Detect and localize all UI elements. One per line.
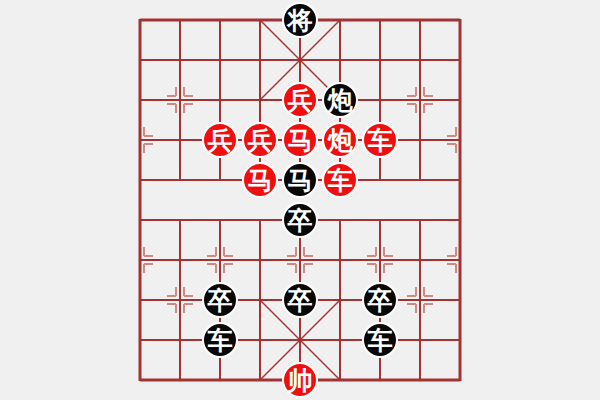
piece-black-soldier[interactable]: 卒 <box>202 282 238 318</box>
piece-red-horse[interactable]: 马 <box>282 122 318 158</box>
piece-black-chariot[interactable]: 车 <box>202 322 238 358</box>
piece-red-soldier[interactable]: 兵 <box>202 122 238 158</box>
xiangqi-board-screen: 将兵炮兵兵马炮车马马车卒卒卒卒车车帅 <box>0 0 600 400</box>
piece-red-horse[interactable]: 马 <box>242 162 278 198</box>
piece-red-chariot[interactable]: 车 <box>322 162 358 198</box>
piece-red-cannon[interactable]: 炮 <box>322 122 358 158</box>
piece-red-soldier[interactable]: 兵 <box>282 82 318 118</box>
piece-black-soldier[interactable]: 卒 <box>362 282 398 318</box>
pieces-grid: 将兵炮兵兵马炮车马马车卒卒卒卒车车帅 <box>120 0 480 400</box>
piece-black-cannon[interactable]: 炮 <box>322 82 358 118</box>
piece-red-general[interactable]: 帅 <box>282 362 318 398</box>
piece-red-soldier[interactable]: 兵 <box>242 122 278 158</box>
piece-black-soldier[interactable]: 卒 <box>282 282 318 318</box>
piece-black-chariot[interactable]: 车 <box>362 322 398 358</box>
piece-black-soldier[interactable]: 卒 <box>282 202 318 238</box>
piece-red-chariot[interactable]: 车 <box>362 122 398 158</box>
piece-black-horse[interactable]: 马 <box>282 162 318 198</box>
piece-black-general[interactable]: 将 <box>282 2 318 38</box>
